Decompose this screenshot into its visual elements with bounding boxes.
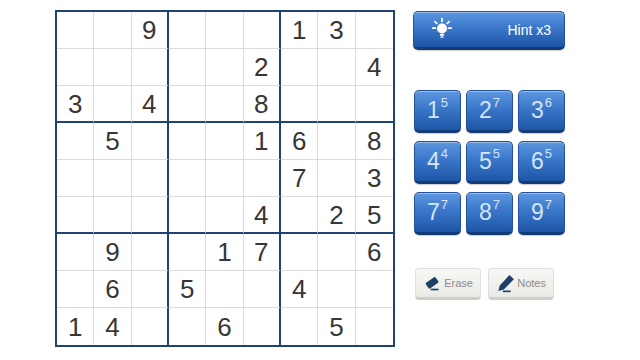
grid-cell-r6c6[interactable]: 4 <box>244 197 281 234</box>
grid-cell-r2c8[interactable] <box>318 49 355 86</box>
grid-cell-r8c1[interactable] <box>57 271 94 308</box>
numpad-button-8[interactable]: 87 <box>466 192 513 235</box>
grid-cell-r8c9[interactable] <box>356 271 393 308</box>
grid-cell-r1c1[interactable] <box>57 12 94 49</box>
erase-button-label: Erase <box>444 277 473 289</box>
grid-cell-r8c7[interactable]: 4 <box>281 271 318 308</box>
grid-cell-r9c8[interactable]: 5 <box>318 308 355 345</box>
grid-cell-r9c1[interactable]: 1 <box>57 308 94 345</box>
grid-cell-r7c5[interactable]: 1 <box>206 234 243 271</box>
numpad-remaining-count: 6 <box>545 96 552 109</box>
grid-cell-r6c4[interactable] <box>169 197 206 234</box>
grid-cell-r6c9[interactable]: 5 <box>356 197 393 234</box>
numpad-digit: 6 <box>531 150 544 173</box>
numpad-button-5[interactable]: 55 <box>466 141 513 184</box>
erase-button[interactable]: Erase <box>415 268 481 300</box>
numpad-remaining-count: 7 <box>493 96 500 109</box>
grid-cell-r6c1[interactable] <box>57 197 94 234</box>
numpad-digit: 4 <box>427 150 440 173</box>
numpad-remaining-count: 5 <box>545 147 552 160</box>
grid-cell-r1c2[interactable] <box>94 12 131 49</box>
sudoku-board: 9132434851687342591766541465 <box>55 10 395 347</box>
grid-cell-r7c1[interactable] <box>57 234 94 271</box>
grid-cell-r2c5[interactable] <box>206 49 243 86</box>
grid-cell-r6c7[interactable] <box>281 197 318 234</box>
grid-cell-r8c4[interactable]: 5 <box>169 271 206 308</box>
grid-cell-r5c2[interactable] <box>94 160 131 197</box>
grid-cell-r5c8[interactable] <box>318 160 355 197</box>
grid-cell-r2c6[interactable]: 2 <box>244 49 281 86</box>
grid-cell-r1c8[interactable]: 3 <box>318 12 355 49</box>
grid-cell-r1c3[interactable]: 9 <box>132 12 169 49</box>
grid-cell-r5c9[interactable]: 3 <box>356 160 393 197</box>
grid-cell-r4c3[interactable] <box>132 123 169 160</box>
numpad-button-1[interactable]: 15 <box>414 90 461 133</box>
grid-cell-r7c8[interactable] <box>318 234 355 271</box>
grid-cell-r8c6[interactable] <box>244 271 281 308</box>
grid-cell-r4c2[interactable]: 5 <box>94 123 131 160</box>
grid-cell-r7c4[interactable] <box>169 234 206 271</box>
numpad-button-7[interactable]: 77 <box>414 192 461 235</box>
numpad-digit: 5 <box>479 150 492 173</box>
numpad-digit: 7 <box>427 201 440 224</box>
grid-cell-r9c5[interactable]: 6 <box>206 308 243 345</box>
numpad-button-6[interactable]: 65 <box>518 141 565 184</box>
grid-cell-r6c3[interactable] <box>132 197 169 234</box>
grid-cell-r9c4[interactable] <box>169 308 206 345</box>
numpad-digit: 9 <box>531 201 544 224</box>
grid-cell-r2c2[interactable] <box>94 49 131 86</box>
numpad: 152736445565778797 <box>414 90 565 235</box>
grid-cell-r9c6[interactable] <box>244 308 281 345</box>
grid-cell-r9c2[interactable]: 4 <box>94 308 131 345</box>
grid-cell-r3c9[interactable] <box>356 86 393 123</box>
numpad-remaining-count: 4 <box>441 147 448 160</box>
grid-cell-r8c3[interactable] <box>132 271 169 308</box>
grid-cell-r4c4[interactable] <box>169 123 206 160</box>
grid-cell-r1c6[interactable] <box>244 12 281 49</box>
grid-cell-r4c7[interactable]: 6 <box>281 123 318 160</box>
grid-cell-r4c1[interactable] <box>57 123 94 160</box>
grid-cell-r3c3[interactable]: 4 <box>132 86 169 123</box>
grid-cell-r7c6[interactable]: 7 <box>244 234 281 271</box>
grid-cell-r3c7[interactable] <box>281 86 318 123</box>
grid-cell-r2c3[interactable] <box>132 49 169 86</box>
grid-cell-r7c7[interactable] <box>281 234 318 271</box>
notes-button-label: Notes <box>517 277 546 289</box>
numpad-remaining-count: 5 <box>493 147 500 160</box>
grid-cell-r8c8[interactable] <box>318 271 355 308</box>
grid-cell-r6c8[interactable]: 2 <box>318 197 355 234</box>
grid-cell-r7c9[interactable]: 6 <box>356 234 393 271</box>
grid-cell-r9c7[interactable] <box>281 308 318 345</box>
numpad-button-9[interactable]: 97 <box>518 192 565 235</box>
numpad-digit: 2 <box>479 99 492 122</box>
grid-cell-r7c3[interactable] <box>132 234 169 271</box>
grid-cell-r3c4[interactable] <box>169 86 206 123</box>
numpad-remaining-count: 7 <box>545 198 552 211</box>
grid-cell-r4c6[interactable]: 1 <box>244 123 281 160</box>
numpad-remaining-count: 7 <box>441 198 448 211</box>
grid-cell-r1c5[interactable] <box>206 12 243 49</box>
grid-cell-r3c5[interactable] <box>206 86 243 123</box>
notes-button[interactable]: Notes <box>488 268 554 300</box>
grid-cell-r4c5[interactable] <box>206 123 243 160</box>
grid-cell-r1c9[interactable] <box>356 12 393 49</box>
numpad-digit: 8 <box>479 201 492 224</box>
grid-cell-r4c9[interactable]: 8 <box>356 123 393 160</box>
numpad-button-3[interactable]: 36 <box>518 90 565 133</box>
grid-cell-r5c7[interactable]: 7 <box>281 160 318 197</box>
grid-cell-r5c3[interactable] <box>132 160 169 197</box>
grid-cell-r5c1[interactable] <box>57 160 94 197</box>
grid-cell-r5c6[interactable] <box>244 160 281 197</box>
grid-cell-r9c3[interactable] <box>132 308 169 345</box>
hint-button[interactable]: Hint x3 <box>413 11 565 50</box>
numpad-digit: 1 <box>427 99 440 122</box>
grid-cell-r3c6[interactable]: 8 <box>244 86 281 123</box>
grid-cell-r3c1[interactable]: 3 <box>57 86 94 123</box>
grid-cell-r3c2[interactable] <box>94 86 131 123</box>
numpad-remaining-count: 5 <box>441 96 448 109</box>
eraser-icon <box>422 272 444 294</box>
grid-cell-r8c5[interactable] <box>206 271 243 308</box>
grid-cell-r7c2[interactable]: 9 <box>94 234 131 271</box>
numpad-button-2[interactable]: 27 <box>466 90 513 133</box>
numpad-remaining-count: 7 <box>493 198 500 211</box>
numpad-digit: 3 <box>531 99 544 122</box>
grid-cell-r6c2[interactable] <box>94 197 131 234</box>
grid-cell-r5c5[interactable] <box>206 160 243 197</box>
grid-cell-r8c2[interactable]: 6 <box>94 271 131 308</box>
grid-cell-r2c4[interactable] <box>169 49 206 86</box>
grid-cell-r1c7[interactable]: 1 <box>281 12 318 49</box>
lightbulb-icon <box>429 17 455 43</box>
grid-cell-r2c7[interactable] <box>281 49 318 86</box>
grid-cell-r3c8[interactable] <box>318 86 355 123</box>
grid-cell-r6c5[interactable] <box>206 197 243 234</box>
hint-button-label: Hint x3 <box>507 22 551 38</box>
grid-cell-r2c9[interactable]: 4 <box>356 49 393 86</box>
pencil-icon <box>495 272 517 294</box>
grid-cell-r2c1[interactable] <box>57 49 94 86</box>
grid-cell-r9c9[interactable] <box>356 308 393 345</box>
grid-cell-r1c4[interactable] <box>169 12 206 49</box>
numpad-button-4[interactable]: 44 <box>414 141 461 184</box>
grid-cell-r4c8[interactable] <box>318 123 355 160</box>
grid-cell-r5c4[interactable] <box>169 160 206 197</box>
